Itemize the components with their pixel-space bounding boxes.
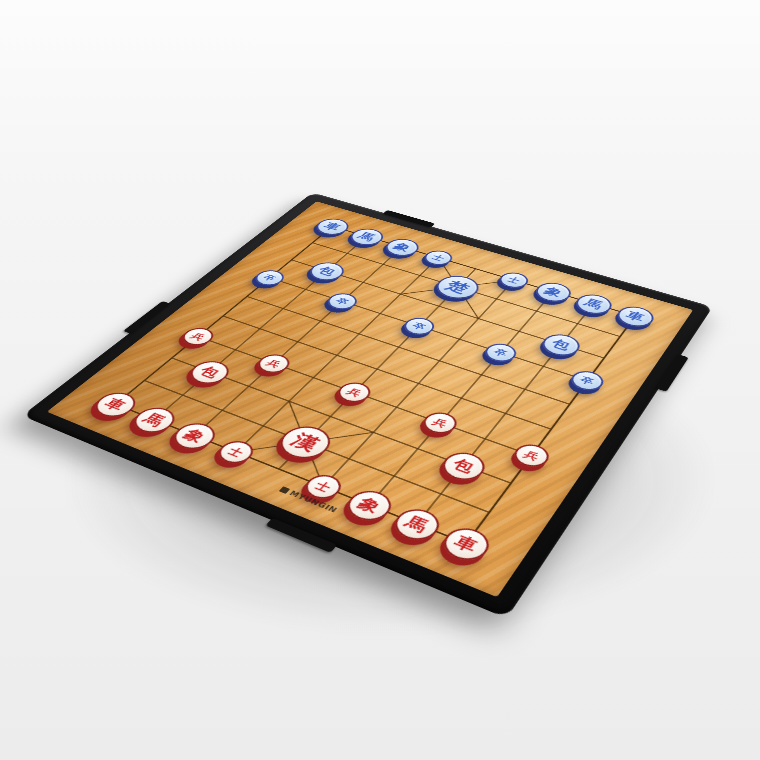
piece-red-han-advisor[interactable]: 士 [212,437,259,467]
piece-blue-cho-soldier[interactable]: 卒 [250,268,289,288]
piece-red-han-soldier[interactable]: 兵 [332,379,376,405]
product-photo-scene: 車馬象士士象馬車楚包包卒卒卒卒卒兵兵兵兵兵包包漢車馬象士士象馬車 MYUNGIN [0,0,760,760]
piece-red-han-soldier[interactable]: 兵 [418,409,462,437]
piece-red-han-soldier[interactable]: 兵 [252,351,295,376]
piece-blue-cho-soldier[interactable]: 卒 [323,291,363,313]
